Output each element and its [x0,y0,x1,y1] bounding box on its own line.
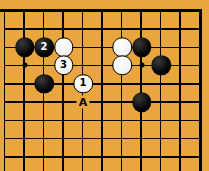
go-diagram: A231 [0,0,209,171]
white-stone-N15-move-1: 1 [73,74,93,94]
board-gridlines [4,10,202,171]
black-stone-L17-move-2: 2 [34,37,54,57]
hoshi-point-Q16 [139,63,144,68]
black-stone-R16 [151,56,171,76]
move-number: 2 [41,42,48,52]
hoshi-point-K16 [22,63,27,68]
white-stone-M17 [54,37,74,57]
board-margin [202,0,209,171]
black-stone-K17 [15,37,35,57]
move-number: 1 [80,79,87,89]
move-number: 3 [60,60,67,70]
white-stone-P17 [112,37,132,57]
black-stone-Q14 [132,92,152,112]
white-stone-P16 [112,56,132,76]
white-stone-M16-move-3: 3 [54,56,74,76]
point-label-A[interactable]: A [77,96,90,109]
black-stone-Q17 [132,37,152,57]
black-stone-L15 [34,74,54,94]
board-edge-top [0,9,202,12]
